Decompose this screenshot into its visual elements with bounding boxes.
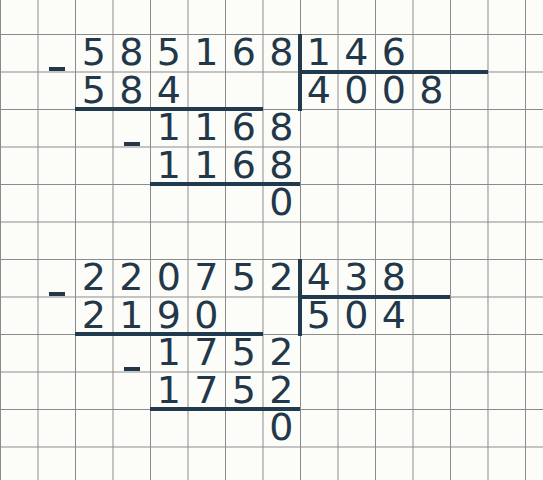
digit-cell: 4 (338, 34, 376, 72)
digit-cell: 2 (263, 372, 301, 410)
digit-cell: 7 (188, 372, 226, 410)
digit-cell: 6 (225, 109, 263, 147)
digit-cell: 4 (150, 72, 188, 110)
digit-cell: 5 (75, 72, 113, 110)
digit-cell: 5 (75, 34, 113, 72)
digit-cell: 0 (375, 72, 413, 110)
subtraction-underline-2b (150, 407, 300, 411)
digit-cell: 1 (188, 147, 226, 185)
minus-sign (124, 367, 140, 371)
division-bracket-2 (298, 259, 302, 336)
digit-cell: 8 (263, 147, 301, 185)
digit-cell: 6 (225, 147, 263, 185)
digit-cell: 0 (338, 72, 376, 110)
subtraction-underline-1b (150, 182, 300, 186)
digit-cell: 2 (113, 259, 151, 297)
digit-cell: 7 (188, 259, 226, 297)
digit-cell: 7 (188, 334, 226, 372)
digit-cell: 1 (188, 109, 226, 147)
digit-cell: 5 (225, 372, 263, 410)
divisor-underline-2 (300, 295, 450, 299)
long-division-worksheet: 5851681465844008116811680220752438219050… (0, 0, 543, 480)
digit-cell: 5 (225, 334, 263, 372)
divisor-underline-1 (300, 70, 488, 74)
squared-paper-board: 5851681465844008116811680220752438219050… (0, 0, 543, 480)
digit-cell: 8 (113, 34, 151, 72)
digit-cell: 1 (188, 34, 226, 72)
digit-cell: 3 (338, 259, 376, 297)
minus-sign (49, 67, 65, 71)
digit-cell: 6 (375, 34, 413, 72)
digit-cell: 1 (150, 372, 188, 410)
digit-cell: 2 (263, 259, 301, 297)
digit-cell: 8 (375, 259, 413, 297)
digit-cell: 5 (300, 297, 338, 335)
digit-cell: 4 (300, 259, 338, 297)
digit-cell: 1 (113, 297, 151, 335)
digit-cell: 5 (150, 34, 188, 72)
minus-sign (124, 142, 140, 146)
digit-cell: 0 (150, 259, 188, 297)
digit-cell: 8 (413, 72, 451, 110)
digit-cell: 8 (263, 34, 301, 72)
digit-cell: 2 (75, 259, 113, 297)
subtraction-underline-2a (75, 332, 263, 336)
minus-sign (49, 292, 65, 296)
digit-cell: 8 (113, 72, 151, 110)
digit-cell: 1 (150, 109, 188, 147)
digit-cell: 1 (150, 334, 188, 372)
subtraction-underline-1a (75, 107, 263, 111)
digit-cell: 5 (225, 259, 263, 297)
digit-cell: 4 (375, 297, 413, 335)
digit-cell: 9 (150, 297, 188, 335)
digit-cell: 2 (263, 334, 301, 372)
digit-cell: 0 (263, 184, 301, 222)
digit-cell: 1 (300, 34, 338, 72)
digit-cell: 8 (263, 109, 301, 147)
division-bracket-1 (298, 34, 302, 111)
digit-cell: 6 (225, 34, 263, 72)
digit-cell: 0 (338, 297, 376, 335)
digit-cell: 4 (300, 72, 338, 110)
digit-cell: 2 (75, 297, 113, 335)
digit-cell: 0 (263, 409, 301, 447)
digit-cell: 0 (188, 297, 226, 335)
digit-cell: 1 (150, 147, 188, 185)
